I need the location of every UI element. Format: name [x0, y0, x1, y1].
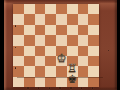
frame-stud [27, 87, 29, 89]
square-d7[interactable] [45, 14, 56, 24]
square-a7[interactable] [13, 14, 24, 24]
black-king-piece[interactable]: ♚ [67, 74, 78, 85]
square-d8[interactable] [45, 4, 56, 14]
square-e2[interactable] [56, 66, 67, 76]
square-h7[interactable] [88, 14, 99, 24]
square-c1[interactable] [35, 77, 46, 87]
square-d1[interactable] [45, 77, 56, 87]
square-f8[interactable] [67, 4, 78, 14]
frame-stud [92, 87, 94, 89]
square-h5[interactable] [88, 35, 99, 45]
chess-board[interactable]: ♔♖♚ [13, 4, 99, 87]
square-b3[interactable] [24, 56, 35, 66]
square-c7[interactable] [35, 14, 46, 24]
square-e8[interactable] [56, 4, 67, 14]
square-f5[interactable] [67, 35, 78, 45]
square-d6[interactable] [45, 25, 56, 35]
square-b7[interactable] [24, 14, 35, 24]
square-g6[interactable] [78, 25, 89, 35]
square-g2[interactable] [78, 66, 89, 76]
square-b4[interactable] [24, 46, 35, 56]
square-a5[interactable] [13, 35, 24, 45]
square-d3[interactable] [45, 56, 56, 66]
square-f4[interactable] [67, 46, 78, 56]
square-c6[interactable] [35, 25, 46, 35]
square-b5[interactable] [24, 35, 35, 45]
square-h4[interactable] [88, 46, 99, 56]
square-f1[interactable]: ♚ [67, 77, 78, 87]
square-h2[interactable] [88, 66, 99, 76]
square-f7[interactable] [67, 14, 78, 24]
square-c5[interactable] [35, 35, 46, 45]
square-g7[interactable] [78, 14, 89, 24]
square-b8[interactable] [24, 4, 35, 14]
square-b1[interactable] [24, 77, 35, 87]
white-king-piece[interactable]: ♔ [56, 53, 67, 64]
frame-stud [59, 87, 61, 89]
square-h6[interactable] [88, 25, 99, 35]
frame-stud [49, 87, 51, 89]
square-d4[interactable] [45, 46, 56, 56]
square-g4[interactable] [78, 46, 89, 56]
square-g8[interactable] [78, 4, 89, 14]
square-h1[interactable] [88, 77, 99, 87]
square-d2[interactable] [45, 66, 56, 76]
square-e1[interactable] [56, 77, 67, 87]
square-f6[interactable] [67, 25, 78, 35]
square-g5[interactable] [78, 35, 89, 45]
square-c2[interactable] [35, 66, 46, 76]
square-b6[interactable] [24, 25, 35, 35]
square-e3[interactable]: ♔ [56, 56, 67, 66]
screenshot-stage: ♔♖♚ [0, 0, 120, 90]
square-c4[interactable] [35, 46, 46, 56]
square-d5[interactable] [45, 35, 56, 45]
frame-stud [70, 87, 72, 89]
square-a3[interactable] [13, 56, 24, 66]
square-e6[interactable] [56, 25, 67, 35]
square-g3[interactable] [78, 56, 89, 66]
square-c8[interactable] [35, 4, 46, 14]
square-b2[interactable] [24, 66, 35, 76]
square-c3[interactable] [35, 56, 46, 66]
square-a8[interactable] [13, 4, 24, 14]
square-h8[interactable] [88, 4, 99, 14]
square-h3[interactable] [88, 56, 99, 66]
square-e5[interactable] [56, 35, 67, 45]
square-e7[interactable] [56, 14, 67, 24]
square-a1[interactable] [13, 77, 24, 87]
board-seam-shadow [17, 77, 103, 78]
square-g1[interactable] [78, 77, 89, 87]
